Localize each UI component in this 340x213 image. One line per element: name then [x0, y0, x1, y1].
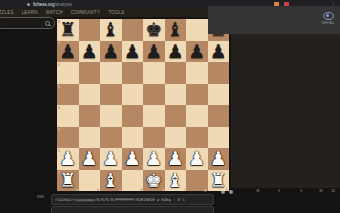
nav-item-watch[interactable]: WATCH	[46, 10, 63, 15]
white-pawn: ♟	[186, 148, 208, 170]
white-bishop: ♝	[100, 170, 122, 192]
square-c2[interactable]: ♟	[100, 148, 122, 170]
square-g5[interactable]	[186, 84, 208, 106]
menu-button[interactable]: ≡	[331, 186, 335, 196]
file-coord-c: c	[119, 188, 121, 191]
white-pawn: ♟	[79, 148, 101, 170]
square-a6[interactable]: 6	[57, 62, 79, 84]
white-pawn: ♟	[57, 148, 79, 170]
chess-board: ♜8♝♚♝♜♟7♟♟♟♟♟♟♟6543♟2♟♟♟♟♟♟♟♜1ab♝cd♚e♝fg…	[57, 19, 229, 191]
file-coord-a: a	[76, 188, 78, 191]
square-g8[interactable]	[186, 19, 208, 41]
square-d1[interactable]: d	[122, 170, 144, 192]
white-king: ♚	[143, 170, 165, 192]
move-list-panel	[231, 19, 340, 188]
black-rook: ♜	[57, 19, 79, 41]
square-b8[interactable]	[79, 19, 101, 41]
square-a7[interactable]: ♟7	[57, 41, 79, 63]
square-c7[interactable]: ♟	[100, 41, 122, 63]
square-c8[interactable]: ♝	[100, 19, 122, 41]
nav-item-puzzles[interactable]: PUZZLES	[0, 10, 14, 15]
rank-coord-3: 3	[58, 128, 60, 131]
square-d7[interactable]: ♟	[122, 41, 144, 63]
square-c3[interactable]	[100, 127, 122, 149]
white-pawn: ♟	[143, 148, 165, 170]
square-g3[interactable]	[186, 127, 208, 149]
square-d3[interactable]	[122, 127, 144, 149]
file-coord-f: f	[184, 188, 185, 191]
eye-icon	[323, 12, 334, 20]
white-pawn: ♟	[122, 148, 144, 170]
white-bishop: ♝	[165, 170, 187, 192]
square-h2[interactable]: ♟	[208, 148, 230, 170]
rank-coord-6: 6	[58, 63, 60, 66]
square-c6[interactable]	[100, 62, 122, 84]
square-f2[interactable]: ♟	[165, 148, 187, 170]
square-h5[interactable]	[208, 84, 230, 106]
square-g6[interactable]	[186, 62, 208, 84]
next-move-button[interactable]: ›	[300, 186, 302, 196]
square-e7[interactable]: ♟	[143, 41, 165, 63]
square-f7[interactable]: ♟	[165, 41, 187, 63]
fen-input[interactable]: r1b1kb1r/pppppppp/8/8/8/8/PPPPPPPP/R1B1K…	[51, 194, 214, 205]
square-g2[interactable]: ♟	[186, 148, 208, 170]
pgn-input[interactable]	[51, 206, 214, 213]
square-a8[interactable]: ♜8	[57, 19, 79, 41]
square-d2[interactable]: ♟	[122, 148, 144, 170]
search-input[interactable]	[0, 17, 55, 29]
square-c1[interactable]: ♝c	[100, 170, 122, 192]
nav-item-tools[interactable]: TOOLS	[108, 10, 124, 15]
square-b4[interactable]	[79, 105, 101, 127]
url-host: lichess.org	[33, 2, 55, 7]
square-e8[interactable]: ♚	[143, 19, 165, 41]
black-pawn: ♟	[143, 41, 165, 63]
spare-piece-grid	[208, 6, 316, 34]
rank-coord-1: 1	[58, 171, 60, 174]
square-f1[interactable]: ♝f	[165, 170, 187, 192]
book-button[interactable]	[229, 190, 233, 194]
square-b1[interactable]: b	[79, 170, 101, 192]
black-king: ♚	[143, 19, 165, 41]
square-e1[interactable]: ♚e	[143, 170, 165, 192]
square-a3[interactable]: 3	[57, 127, 79, 149]
square-g4[interactable]	[186, 105, 208, 127]
first-move-button[interactable]: «	[256, 186, 260, 196]
file-coord-g: g	[205, 188, 207, 191]
square-a4[interactable]: 4	[57, 105, 79, 127]
square-h4[interactable]	[208, 105, 230, 127]
square-g1[interactable]: g	[186, 170, 208, 192]
square-f3[interactable]	[165, 127, 187, 149]
square-f4[interactable]	[165, 105, 187, 127]
square-e3[interactable]	[143, 127, 165, 149]
white-rook: ♜	[57, 170, 79, 192]
square-e4[interactable]	[143, 105, 165, 127]
fen-value: r1b1kb1r/pppppppp/8/8/8/8/PPPPPPPP/R1B1K…	[55, 197, 185, 201]
black-bishop: ♝	[100, 19, 122, 41]
file-coord-d: d	[140, 188, 142, 191]
black-pawn: ♟	[165, 41, 187, 63]
square-f8[interactable]: ♝	[165, 19, 187, 41]
square-a1[interactable]: ♜1a	[57, 170, 79, 192]
white-pawn: ♟	[165, 148, 187, 170]
rank-coord-2: 2	[58, 149, 60, 152]
square-h3[interactable]	[208, 127, 230, 149]
square-a2[interactable]: ♟2	[57, 148, 79, 170]
square-e5[interactable]	[143, 84, 165, 106]
rank-coord-4: 4	[58, 106, 60, 109]
square-h6[interactable]	[208, 62, 230, 84]
square-g7[interactable]: ♟	[186, 41, 208, 63]
square-b3[interactable]	[79, 127, 101, 149]
rank-coord-7: 7	[58, 42, 60, 45]
address-bar[interactable]: lichess.org/analysis	[33, 0, 203, 8]
site-favicon	[27, 3, 30, 6]
square-d6[interactable]	[122, 62, 144, 84]
square-b6[interactable]	[79, 62, 101, 84]
square-b2[interactable]: ♟	[79, 148, 101, 170]
square-d4[interactable]	[122, 105, 144, 127]
white-rook: ♜	[208, 170, 230, 192]
black-pawn: ♟	[122, 41, 144, 63]
view-all-label: VIEW ALL	[321, 21, 334, 24]
spare-piece-tray: VIEW ALL	[208, 6, 340, 34]
square-c4[interactable]	[100, 105, 122, 127]
square-f6[interactable]	[165, 62, 187, 84]
rank-coord-5: 5	[58, 85, 60, 88]
black-pawn: ♟	[208, 41, 230, 63]
square-e6[interactable]	[143, 62, 165, 84]
file-coord-e: e	[162, 188, 164, 191]
black-pawn: ♟	[186, 41, 208, 63]
black-pawn: ♟	[100, 41, 122, 63]
view-all-button[interactable]: VIEW ALL	[316, 6, 340, 34]
file-coord-h: h	[226, 188, 228, 191]
nav-item-learn[interactable]: LEARN	[22, 10, 38, 15]
square-h7[interactable]: ♟	[208, 41, 230, 63]
black-pawn: ♟	[79, 41, 101, 63]
square-b5[interactable]	[79, 84, 101, 106]
black-bishop: ♝	[165, 19, 187, 41]
rank-coord-8: 8	[58, 20, 60, 23]
search-icon	[45, 21, 50, 26]
square-f5[interactable]	[165, 84, 187, 106]
fen-label: FEN	[37, 195, 44, 199]
nav-item-community[interactable]: COMMUNITY	[71, 10, 101, 15]
square-e2[interactable]: ♟	[143, 148, 165, 170]
square-c5[interactable]	[100, 84, 122, 106]
square-d5[interactable]	[122, 84, 144, 106]
white-pawn: ♟	[100, 148, 122, 170]
last-move-button[interactable]: »	[319, 186, 323, 196]
black-pawn: ♟	[57, 41, 79, 63]
url-path: /analysis	[55, 2, 73, 7]
square-b7[interactable]: ♟	[79, 41, 101, 63]
square-a5[interactable]: 5	[57, 84, 79, 106]
square-d8[interactable]	[122, 19, 144, 41]
previous-move-button[interactable]: ‹	[278, 186, 280, 196]
white-pawn: ♟	[208, 148, 230, 170]
file-coord-b: b	[97, 188, 99, 191]
square-h1[interactable]: ♜h	[208, 170, 230, 192]
